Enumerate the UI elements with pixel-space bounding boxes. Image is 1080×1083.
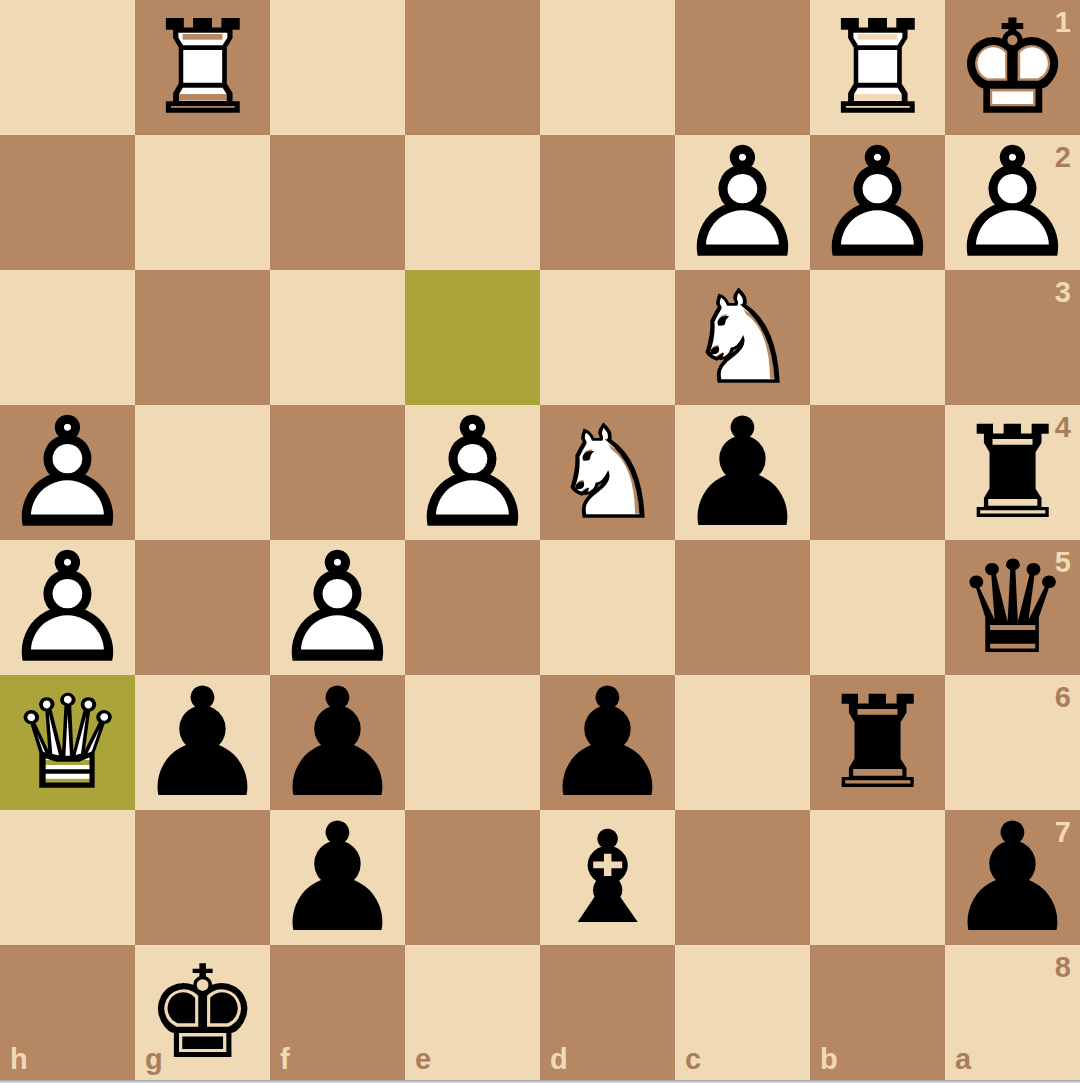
- piece-outline-glyph: ♙: [0, 540, 135, 675]
- square-d3[interactable]: [540, 270, 675, 405]
- piece-outline-glyph: ♙: [0, 405, 135, 540]
- square-b4[interactable]: [810, 405, 945, 540]
- white-knight-icon[interactable]: ♞♘: [675, 270, 810, 405]
- white-pawn-icon[interactable]: ♟♙: [675, 135, 810, 270]
- white-pawn-icon[interactable]: ♟♙: [405, 405, 540, 540]
- square-a2[interactable]: 2♟♙: [945, 135, 1080, 270]
- square-e7[interactable]: [405, 810, 540, 945]
- square-d4[interactable]: ♞♘: [540, 405, 675, 540]
- piece-glyph: ♟: [270, 810, 405, 945]
- square-b5[interactable]: [810, 540, 945, 675]
- square-h1[interactable]: [0, 0, 135, 135]
- white-pawn-icon[interactable]: ♟♙: [0, 540, 135, 675]
- black-rook-icon[interactable]: ♜: [945, 405, 1080, 540]
- square-d5[interactable]: [540, 540, 675, 675]
- square-a3[interactable]: 3: [945, 270, 1080, 405]
- square-g8[interactable]: g♚: [135, 945, 270, 1080]
- file-label-e: e: [415, 1045, 431, 1074]
- file-label-d: d: [550, 1045, 568, 1074]
- piece-outline-glyph: ♙: [675, 135, 810, 270]
- piece-glyph: ♚: [135, 945, 270, 1080]
- white-rook-icon[interactable]: ♜♖: [135, 0, 270, 135]
- black-pawn-icon[interactable]: ♟: [270, 810, 405, 945]
- black-pawn-icon[interactable]: ♟: [945, 810, 1080, 945]
- square-b2[interactable]: ♟♙: [810, 135, 945, 270]
- rank-label-6: 6: [1055, 683, 1071, 712]
- black-king-icon[interactable]: ♚: [135, 945, 270, 1080]
- square-c1[interactable]: [675, 0, 810, 135]
- square-b3[interactable]: [810, 270, 945, 405]
- file-label-f: f: [280, 1045, 290, 1074]
- square-h2[interactable]: [0, 135, 135, 270]
- piece-outline-glyph: ♘: [540, 405, 675, 540]
- file-label-c: c: [685, 1045, 701, 1074]
- square-h3[interactable]: [0, 270, 135, 405]
- file-label-b: b: [820, 1045, 838, 1074]
- black-bishop-icon[interactable]: ♝: [540, 810, 675, 945]
- piece-glyph: ♝: [540, 810, 675, 945]
- black-rook-icon[interactable]: ♜: [810, 675, 945, 810]
- white-knight-icon[interactable]: ♞♘: [540, 405, 675, 540]
- piece-outline-glyph: ♙: [405, 405, 540, 540]
- black-pawn-icon[interactable]: ♟: [540, 675, 675, 810]
- piece-outline-glyph: ♘: [675, 270, 810, 405]
- square-e5[interactable]: [405, 540, 540, 675]
- piece-glyph: ♜: [810, 675, 945, 810]
- piece-outline-glyph: ♔: [945, 0, 1080, 135]
- square-e8[interactable]: e: [405, 945, 540, 1080]
- piece-glyph: ♟: [270, 675, 405, 810]
- square-b1[interactable]: ♜♖: [810, 0, 945, 135]
- piece-glyph: ♜: [945, 405, 1080, 540]
- white-pawn-icon[interactable]: ♟♙: [945, 135, 1080, 270]
- square-e3[interactable]: [405, 270, 540, 405]
- square-g4[interactable]: [135, 405, 270, 540]
- piece-glyph: ♟: [135, 675, 270, 810]
- square-e2[interactable]: [405, 135, 540, 270]
- square-g2[interactable]: [135, 135, 270, 270]
- black-pawn-icon[interactable]: ♟: [270, 675, 405, 810]
- chess-board: ♜♖♜♖1♚♔♟♙♟♙2♟♙♞♘3♟♙♟♙♞♘♟4♜♟♙♟♙5♛♛♕♟♟♟♜6♟…: [0, 0, 1080, 1080]
- square-c6[interactable]: [675, 675, 810, 810]
- file-label-h: h: [10, 1045, 28, 1074]
- square-f5[interactable]: ♟♙: [270, 540, 405, 675]
- square-a4[interactable]: 4♜: [945, 405, 1080, 540]
- black-queen-icon[interactable]: ♛: [945, 540, 1080, 675]
- square-c3[interactable]: ♞♘: [675, 270, 810, 405]
- white-pawn-icon[interactable]: ♟♙: [270, 540, 405, 675]
- square-h7[interactable]: [0, 810, 135, 945]
- square-a6[interactable]: 6: [945, 675, 1080, 810]
- square-e1[interactable]: [405, 0, 540, 135]
- file-label-a: a: [955, 1045, 971, 1074]
- piece-glyph: ♟: [675, 405, 810, 540]
- square-f4[interactable]: [270, 405, 405, 540]
- square-d8[interactable]: d: [540, 945, 675, 1080]
- square-a5[interactable]: 5♛: [945, 540, 1080, 675]
- piece-outline-glyph: ♙: [270, 540, 405, 675]
- rank-label-3: 3: [1055, 278, 1071, 307]
- square-c7[interactable]: [675, 810, 810, 945]
- square-a1[interactable]: 1♚♔: [945, 0, 1080, 135]
- square-c8[interactable]: c: [675, 945, 810, 1080]
- square-c4[interactable]: ♟: [675, 405, 810, 540]
- square-g6[interactable]: ♟: [135, 675, 270, 810]
- square-a7[interactable]: 7♟: [945, 810, 1080, 945]
- white-pawn-icon[interactable]: ♟♙: [810, 135, 945, 270]
- square-f6[interactable]: ♟: [270, 675, 405, 810]
- square-h8[interactable]: h: [0, 945, 135, 1080]
- piece-glyph: ♟: [945, 810, 1080, 945]
- square-f8[interactable]: f: [270, 945, 405, 1080]
- square-h4[interactable]: ♟♙: [0, 405, 135, 540]
- piece-glyph: ♟: [540, 675, 675, 810]
- white-rook-icon[interactable]: ♜♖: [810, 0, 945, 135]
- square-f1[interactable]: [270, 0, 405, 135]
- square-c2[interactable]: ♟♙: [675, 135, 810, 270]
- white-king-icon[interactable]: ♚♔: [945, 0, 1080, 135]
- piece-outline-glyph: ♕: [0, 675, 135, 810]
- square-d7[interactable]: ♝: [540, 810, 675, 945]
- rank-label-8: 8: [1055, 953, 1071, 982]
- white-pawn-icon[interactable]: ♟♙: [0, 405, 135, 540]
- square-g3[interactable]: [135, 270, 270, 405]
- square-d1[interactable]: [540, 0, 675, 135]
- square-g1[interactable]: ♜♖: [135, 0, 270, 135]
- black-pawn-icon[interactable]: ♟: [675, 405, 810, 540]
- square-g7[interactable]: [135, 810, 270, 945]
- white-queen-icon[interactable]: ♛♕: [0, 675, 135, 810]
- square-f3[interactable]: [270, 270, 405, 405]
- square-d6[interactable]: ♟: [540, 675, 675, 810]
- square-d2[interactable]: [540, 135, 675, 270]
- square-a8[interactable]: 8a: [945, 945, 1080, 1080]
- square-b6[interactable]: ♜: [810, 675, 945, 810]
- piece-outline-glyph: ♙: [945, 135, 1080, 270]
- piece-outline-glyph: ♖: [810, 0, 945, 135]
- piece-glyph: ♛: [945, 540, 1080, 675]
- square-f7[interactable]: ♟: [270, 810, 405, 945]
- square-e6[interactable]: [405, 675, 540, 810]
- square-b8[interactable]: b: [810, 945, 945, 1080]
- square-g5[interactable]: [135, 540, 270, 675]
- square-c5[interactable]: [675, 540, 810, 675]
- square-b7[interactable]: [810, 810, 945, 945]
- black-pawn-icon[interactable]: ♟: [135, 675, 270, 810]
- square-f2[interactable]: [270, 135, 405, 270]
- square-h5[interactable]: ♟♙: [0, 540, 135, 675]
- square-e4[interactable]: ♟♙: [405, 405, 540, 540]
- piece-outline-glyph: ♖: [135, 0, 270, 135]
- square-h6[interactable]: ♛♕: [0, 675, 135, 810]
- piece-outline-glyph: ♙: [810, 135, 945, 270]
